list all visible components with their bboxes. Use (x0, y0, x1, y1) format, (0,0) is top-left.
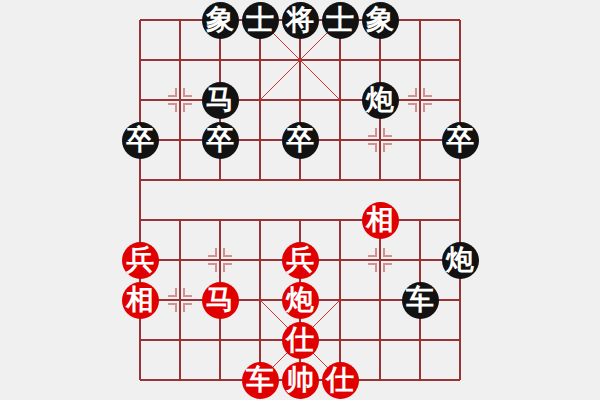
red-chariot[interactable]: 车 (242, 362, 279, 399)
intersection-r8c7[interactable] (400, 320, 440, 360)
intersection-r3c1[interactable] (160, 120, 200, 160)
intersection-r5c4[interactable] (280, 200, 320, 240)
intersection-r8c8[interactable] (440, 320, 480, 360)
intersection-r5c7[interactable] (400, 200, 440, 240)
intersection-r9c7[interactable] (400, 360, 440, 400)
intersection-r6c4[interactable]: 兵 (280, 240, 320, 280)
red-general[interactable]: 帅 (282, 362, 319, 399)
intersection-r0c2[interactable]: 象 (200, 0, 240, 40)
intersection-r2c7[interactable] (400, 80, 440, 120)
intersection-r9c5[interactable]: 仕 (320, 360, 360, 400)
intersection-r5c0[interactable] (120, 200, 160, 240)
intersection-r0c1[interactable] (160, 0, 200, 40)
black-pawn[interactable]: 卒 (282, 122, 319, 159)
black-elephant[interactable]: 象 (362, 2, 399, 39)
intersection-r5c5[interactable] (320, 200, 360, 240)
red-elephant[interactable]: 相 (362, 202, 399, 239)
intersection-r3c2[interactable]: 卒 (200, 120, 240, 160)
intersection-r1c8[interactable] (440, 40, 480, 80)
black-horse[interactable]: 马 (202, 82, 239, 119)
intersection-r4c0[interactable] (120, 160, 160, 200)
intersection-r8c5[interactable] (320, 320, 360, 360)
intersection-r1c6[interactable] (360, 40, 400, 80)
intersection-r9c6[interactable] (360, 360, 400, 400)
black-pawn[interactable]: 卒 (202, 122, 239, 159)
intersection-r8c2[interactable] (200, 320, 240, 360)
intersection-r0c5[interactable]: 士 (320, 0, 360, 40)
red-elephant[interactable]: 相 (122, 282, 159, 319)
intersection-r6c2[interactable] (200, 240, 240, 280)
intersection-r1c3[interactable] (240, 40, 280, 80)
intersection-r2c5[interactable] (320, 80, 360, 120)
intersection-r1c2[interactable] (200, 40, 240, 80)
black-pawn[interactable]: 卒 (122, 122, 159, 159)
intersection-r0c4[interactable]: 将 (280, 0, 320, 40)
intersection-r2c0[interactable] (120, 80, 160, 120)
intersection-r7c6[interactable] (360, 280, 400, 320)
intersection-r9c8[interactable] (440, 360, 480, 400)
intersection-r6c7[interactable] (400, 240, 440, 280)
black-cannon[interactable]: 炮 (442, 242, 479, 279)
xiangqi-board: 象士将士象马炮卒卒卒卒相兵兵炮相马炮车仕车帅仕 (120, 0, 480, 400)
intersection-r1c0[interactable] (120, 40, 160, 80)
intersection-r5c3[interactable] (240, 200, 280, 240)
intersection-r9c4[interactable]: 帅 (280, 360, 320, 400)
intersection-r4c6[interactable] (360, 160, 400, 200)
intersection-r1c1[interactable] (160, 40, 200, 80)
intersection-r3c8[interactable]: 卒 (440, 120, 480, 160)
intersection-r6c3[interactable] (240, 240, 280, 280)
intersection-r5c1[interactable] (160, 200, 200, 240)
intersection-r5c2[interactable] (200, 200, 240, 240)
intersection-r3c5[interactable] (320, 120, 360, 160)
intersection-r7c7[interactable]: 车 (400, 280, 440, 320)
intersection-r8c3[interactable] (240, 320, 280, 360)
xiangqi-app-canvas: 象士将士象马炮卒卒卒卒相兵兵炮相马炮车仕车帅仕 (0, 0, 600, 400)
black-advisor[interactable]: 士 (242, 2, 279, 39)
intersection-r0c3[interactable]: 士 (240, 0, 280, 40)
intersection-r6c0[interactable]: 兵 (120, 240, 160, 280)
intersection-r4c4[interactable] (280, 160, 320, 200)
intersection-r4c5[interactable] (320, 160, 360, 200)
intersection-r1c4[interactable] (280, 40, 320, 80)
intersection-r2c8[interactable] (440, 80, 480, 120)
intersection-r6c1[interactable] (160, 240, 200, 280)
black-general[interactable]: 将 (282, 2, 319, 39)
intersection-r4c3[interactable] (240, 160, 280, 200)
intersection-r5c6[interactable]: 相 (360, 200, 400, 240)
intersection-r6c6[interactable] (360, 240, 400, 280)
intersection-r7c2[interactable]: 马 (200, 280, 240, 320)
black-advisor[interactable]: 士 (322, 2, 359, 39)
intersection-r4c8[interactable] (440, 160, 480, 200)
intersection-r7c0[interactable]: 相 (120, 280, 160, 320)
intersection-r4c2[interactable] (200, 160, 240, 200)
intersection-r7c1[interactable] (160, 280, 200, 320)
intersection-r6c8[interactable]: 炮 (440, 240, 480, 280)
intersection-r3c4[interactable]: 卒 (280, 120, 320, 160)
intersection-r9c3[interactable]: 车 (240, 360, 280, 400)
intersection-r9c2[interactable] (200, 360, 240, 400)
intersection-r5c8[interactable] (440, 200, 480, 240)
intersection-r4c1[interactable] (160, 160, 200, 200)
red-advisor[interactable]: 仕 (282, 322, 319, 359)
intersection-r7c3[interactable] (240, 280, 280, 320)
red-pawn[interactable]: 兵 (282, 242, 319, 279)
black-elephant[interactable]: 象 (202, 2, 239, 39)
red-pawn[interactable]: 兵 (122, 242, 159, 279)
black-chariot[interactable]: 车 (402, 282, 439, 319)
intersection-r3c6[interactable] (360, 120, 400, 160)
intersection-r4c7[interactable] (400, 160, 440, 200)
intersection-r2c6[interactable]: 炮 (360, 80, 400, 120)
intersection-r0c7[interactable] (400, 0, 440, 40)
intersection-r2c2[interactable]: 马 (200, 80, 240, 120)
red-advisor[interactable]: 仕 (322, 362, 359, 399)
intersection-r2c4[interactable] (280, 80, 320, 120)
intersection-r3c0[interactable]: 卒 (120, 120, 160, 160)
intersection-r8c6[interactable] (360, 320, 400, 360)
intersection-r1c7[interactable] (400, 40, 440, 80)
intersection-r9c0[interactable] (120, 360, 160, 400)
intersection-r3c3[interactable] (240, 120, 280, 160)
intersection-r2c3[interactable] (240, 80, 280, 120)
intersection-r6c5[interactable] (320, 240, 360, 280)
intersection-r7c4[interactable]: 炮 (280, 280, 320, 320)
intersection-r1c5[interactable] (320, 40, 360, 80)
intersection-r8c0[interactable] (120, 320, 160, 360)
intersection-r3c7[interactable] (400, 120, 440, 160)
black-cannon[interactable]: 炮 (362, 82, 399, 119)
intersection-r8c4[interactable]: 仕 (280, 320, 320, 360)
intersection-r0c0[interactable] (120, 0, 160, 40)
red-horse[interactable]: 马 (202, 282, 239, 319)
intersection-r0c8[interactable] (440, 0, 480, 40)
black-pawn[interactable]: 卒 (442, 122, 479, 159)
intersection-r9c1[interactable] (160, 360, 200, 400)
intersection-r2c1[interactable] (160, 80, 200, 120)
intersection-r7c5[interactable] (320, 280, 360, 320)
intersection-r8c1[interactable] (160, 320, 200, 360)
red-cannon[interactable]: 炮 (282, 282, 319, 319)
intersection-r0c6[interactable]: 象 (360, 0, 400, 40)
intersection-r7c8[interactable] (440, 280, 480, 320)
